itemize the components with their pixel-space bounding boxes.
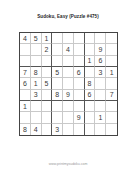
- cell-r1c7: [85, 33, 96, 44]
- cell-r4c6: 6: [74, 67, 85, 78]
- cell-r7c6: [74, 101, 85, 112]
- cell-r4c7: [85, 67, 96, 78]
- cell-r8c9: [106, 112, 117, 123]
- cell-r4c1: 7: [20, 67, 31, 78]
- cell-r1c1: 4: [20, 33, 31, 44]
- cell-r6c3: [42, 90, 53, 101]
- cell-r5c3: 5: [42, 78, 53, 89]
- cell-r2c3: 2: [42, 44, 53, 55]
- cell-r2c4: [52, 44, 63, 55]
- cell-r3c6: [74, 56, 85, 67]
- cell-r8c2: [31, 112, 42, 123]
- cell-r4c5: [63, 67, 74, 78]
- cell-r7c4: [52, 101, 63, 112]
- cell-r6c5: 9: [63, 90, 74, 101]
- cell-r7c1: 1: [20, 101, 31, 112]
- cell-r8c1: [20, 112, 31, 123]
- cell-r1c9: [106, 33, 117, 44]
- cell-r2c2: [31, 44, 42, 55]
- cell-r7c5: [63, 101, 74, 112]
- cell-r7c3: [42, 101, 53, 112]
- cell-r1c4: [52, 33, 63, 44]
- cell-r8c7: [85, 112, 96, 123]
- cell-r4c8: 3: [95, 67, 106, 78]
- cell-r9c9: [106, 124, 117, 135]
- cell-r6c9: 7: [106, 90, 117, 101]
- cell-r9c1: 8: [20, 124, 31, 135]
- cell-r5c7: 8: [85, 78, 96, 89]
- cell-r7c9: [106, 101, 117, 112]
- cell-r5c8: [95, 78, 106, 89]
- cell-r4c2: 8: [31, 67, 42, 78]
- cell-r3c3: [42, 56, 53, 67]
- cell-r3c5: [63, 56, 74, 67]
- cell-r6c6: [74, 90, 85, 101]
- cell-r2c1: [20, 44, 31, 55]
- sudoku-grid: 45124916785631615838967191843: [19, 32, 118, 136]
- cell-r1c3: 1: [42, 33, 53, 44]
- footer-url: www.printmysudoku.com: [0, 162, 136, 166]
- cell-r2c7: [85, 44, 96, 55]
- cell-r3c1: [20, 56, 31, 67]
- cell-r8c5: [63, 112, 74, 123]
- cell-r1c6: [74, 33, 85, 44]
- cell-r1c8: [95, 33, 106, 44]
- cell-r8c8: 1: [95, 112, 106, 123]
- cell-r8c6: 9: [74, 112, 85, 123]
- cell-r9c3: [42, 124, 53, 135]
- cell-r3c4: [52, 56, 63, 67]
- cell-r9c6: [74, 124, 85, 135]
- cell-r5c9: [106, 78, 117, 89]
- cell-r3c7: 1: [85, 56, 96, 67]
- cell-r5c6: [74, 78, 85, 89]
- page-title: Sudoku, Easy (Puzzle #475): [0, 14, 136, 19]
- cell-r6c4: 8: [52, 90, 63, 101]
- cell-r7c2: [31, 101, 42, 112]
- cell-r1c5: [63, 33, 74, 44]
- cell-r2c8: 9: [95, 44, 106, 55]
- cell-r7c7: [85, 101, 96, 112]
- cell-r5c5: [63, 78, 74, 89]
- cell-r5c2: 1: [31, 78, 42, 89]
- cell-r6c1: [20, 90, 31, 101]
- cell-r4c9: 1: [106, 67, 117, 78]
- cell-r5c4: [52, 78, 63, 89]
- cell-r3c9: [106, 56, 117, 67]
- cell-r4c3: [42, 67, 53, 78]
- cell-r2c6: [74, 44, 85, 55]
- sudoku-page: Sudoku, Easy (Puzzle #475) 4512491678563…: [0, 0, 136, 176]
- cell-r2c9: [106, 44, 117, 55]
- cell-r7c8: [95, 101, 106, 112]
- cell-r2c5: 4: [63, 44, 74, 55]
- cell-r9c7: [85, 124, 96, 135]
- cell-r8c4: [52, 112, 63, 123]
- cell-r6c2: 3: [31, 90, 42, 101]
- cell-r5c1: 6: [20, 78, 31, 89]
- cell-r3c2: [31, 56, 42, 67]
- cell-r9c2: 4: [31, 124, 42, 135]
- cell-r9c4: 3: [52, 124, 63, 135]
- cell-r9c5: [63, 124, 74, 135]
- cell-r9c8: [95, 124, 106, 135]
- cell-r6c7: 6: [85, 90, 96, 101]
- cell-r3c8: 6: [95, 56, 106, 67]
- cell-r6c8: [95, 90, 106, 101]
- cell-r8c3: [42, 112, 53, 123]
- cell-r1c2: 5: [31, 33, 42, 44]
- cell-r4c4: 5: [52, 67, 63, 78]
